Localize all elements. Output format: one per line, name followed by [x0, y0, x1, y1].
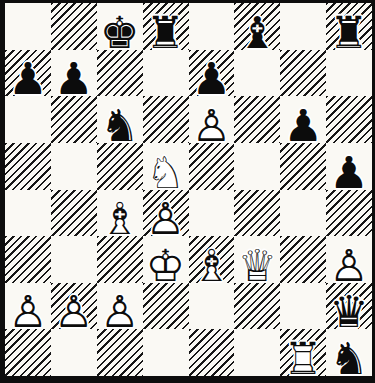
- square-f4: [234, 190, 280, 237]
- black-pawn: ♟: [192, 57, 231, 96]
- chess-diagram-page: ♚♚♜♜♝♝♜♜♟♟♟♟♟♟♞♞♟♙♟♟♞♘♟♟♝♗♟♙♚♔♝♗♛♕♟♙♟♙♟♙…: [0, 0, 375, 383]
- square-e7: ♟♟: [189, 50, 235, 97]
- square-c6: ♞♞: [97, 96, 143, 143]
- square-b2: ♟♙: [51, 283, 97, 330]
- square-c3: [97, 236, 143, 283]
- square-g7: [280, 50, 326, 97]
- square-a1: [5, 329, 51, 376]
- square-a7: ♟♟: [5, 50, 51, 97]
- black-rook: ♜: [146, 11, 185, 50]
- board-frame: ♚♚♜♜♝♝♜♜♟♟♟♟♟♟♞♞♟♙♟♟♞♘♟♟♝♗♟♙♚♔♝♗♛♕♟♙♟♙♟♙…: [0, 0, 375, 383]
- black-knight-fill: ♞: [100, 104, 139, 143]
- black-pawn-fill: ♟: [329, 151, 368, 190]
- square-b8: [51, 3, 97, 50]
- square-c5: [97, 143, 143, 190]
- white-pawn: ♙: [54, 290, 93, 329]
- square-g5: [280, 143, 326, 190]
- square-b5: [51, 143, 97, 190]
- square-c7: [97, 50, 143, 97]
- white-pawn-fill: ♟: [8, 290, 47, 329]
- square-f6: [234, 96, 280, 143]
- square-a3: [5, 236, 51, 283]
- white-queen-fill: ♛: [238, 244, 277, 283]
- square-c8: ♚♚: [97, 3, 143, 50]
- square-c2: ♟♙: [97, 283, 143, 330]
- square-d5: ♞♘: [143, 143, 189, 190]
- white-bishop: ♗: [100, 197, 139, 236]
- white-pawn-fill: ♟: [329, 244, 368, 283]
- square-h8: ♜♜: [326, 3, 372, 50]
- white-rook: ♖: [283, 337, 322, 376]
- white-pawn-fill: ♟: [54, 290, 93, 329]
- square-d2: [143, 283, 189, 330]
- square-e8: [189, 3, 235, 50]
- black-pawn-fill: ♟: [192, 57, 231, 96]
- square-g8: [280, 3, 326, 50]
- square-d3: ♚♔: [143, 236, 189, 283]
- white-pawn: ♙: [8, 290, 47, 329]
- black-pawn: ♟: [8, 57, 47, 96]
- square-h6: [326, 96, 372, 143]
- square-h3: ♟♙: [326, 236, 372, 283]
- square-a5: [5, 143, 51, 190]
- square-a4: [5, 190, 51, 237]
- black-queen: ♛: [329, 290, 368, 329]
- white-rook-fill: ♜: [283, 337, 322, 376]
- square-h2: ♛♛: [326, 283, 372, 330]
- square-a6: [5, 96, 51, 143]
- square-e5: [189, 143, 235, 190]
- black-pawn-fill: ♟: [283, 104, 322, 143]
- black-rook-fill: ♜: [146, 11, 185, 50]
- black-king-fill: ♚: [100, 11, 139, 50]
- chess-board: ♚♚♜♜♝♝♜♜♟♟♟♟♟♟♞♞♟♙♟♟♞♘♟♟♝♗♟♙♚♔♝♗♛♕♟♙♟♙♟♙…: [5, 3, 372, 376]
- black-pawn-fill: ♟: [8, 57, 47, 96]
- white-king: ♔: [146, 244, 185, 283]
- square-a2: ♟♙: [5, 283, 51, 330]
- square-e3: ♝♗: [189, 236, 235, 283]
- square-f3: ♛♕: [234, 236, 280, 283]
- square-d1: [143, 329, 189, 376]
- square-d8: ♜♜: [143, 3, 189, 50]
- square-a8: [5, 3, 51, 50]
- white-queen: ♕: [238, 244, 277, 283]
- square-c1: [97, 329, 143, 376]
- black-king: ♚: [100, 11, 139, 50]
- white-pawn: ♙: [329, 244, 368, 283]
- black-pawn: ♟: [329, 151, 368, 190]
- square-f2: [234, 283, 280, 330]
- square-g1: ♜♖: [280, 329, 326, 376]
- square-h1: ♞♞: [326, 329, 372, 376]
- white-king-fill: ♚: [146, 244, 185, 283]
- square-d6: [143, 96, 189, 143]
- black-pawn-fill: ♟: [54, 57, 93, 96]
- white-pawn: ♙: [192, 104, 231, 143]
- white-bishop-fill: ♝: [192, 244, 231, 283]
- square-e4: [189, 190, 235, 237]
- black-queen-fill: ♛: [329, 290, 368, 329]
- square-h4: [326, 190, 372, 237]
- black-bishop: ♝: [238, 11, 277, 50]
- white-pawn-fill: ♟: [100, 290, 139, 329]
- square-e2: [189, 283, 235, 330]
- square-c4: ♝♗: [97, 190, 143, 237]
- black-rook-fill: ♜: [329, 11, 368, 50]
- white-pawn-fill: ♟: [146, 197, 185, 236]
- white-bishop-fill: ♝: [100, 197, 139, 236]
- square-f1: [234, 329, 280, 376]
- white-pawn: ♙: [146, 197, 185, 236]
- square-f8: ♝♝: [234, 3, 280, 50]
- black-pawn: ♟: [54, 57, 93, 96]
- square-e6: ♟♙: [189, 96, 235, 143]
- white-pawn: ♙: [100, 290, 139, 329]
- square-g4: [280, 190, 326, 237]
- black-knight: ♞: [329, 337, 368, 376]
- square-b7: ♟♟: [51, 50, 97, 97]
- square-b1: [51, 329, 97, 376]
- black-bishop-fill: ♝: [238, 11, 277, 50]
- square-b4: [51, 190, 97, 237]
- square-g2: [280, 283, 326, 330]
- square-e1: [189, 329, 235, 376]
- square-f5: [234, 143, 280, 190]
- black-rook: ♜: [329, 11, 368, 50]
- square-f7: [234, 50, 280, 97]
- white-pawn-fill: ♟: [192, 104, 231, 143]
- white-knight-fill: ♞: [146, 151, 185, 190]
- square-b3: [51, 236, 97, 283]
- white-bishop: ♗: [192, 244, 231, 283]
- black-pawn: ♟: [283, 104, 322, 143]
- square-h5: ♟♟: [326, 143, 372, 190]
- black-knight-fill: ♞: [329, 337, 368, 376]
- square-d4: ♟♙: [143, 190, 189, 237]
- square-h7: [326, 50, 372, 97]
- square-g3: [280, 236, 326, 283]
- black-knight: ♞: [100, 104, 139, 143]
- square-b6: [51, 96, 97, 143]
- square-g6: ♟♟: [280, 96, 326, 143]
- white-knight: ♘: [146, 151, 185, 190]
- square-d7: [143, 50, 189, 97]
